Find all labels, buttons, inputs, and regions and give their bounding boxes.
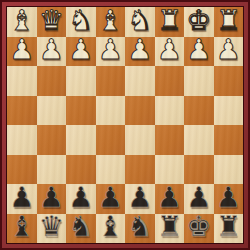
square-g7[interactable]: ♟ <box>184 184 214 214</box>
square-a5[interactable] <box>7 125 37 155</box>
square-e6[interactable] <box>125 155 155 185</box>
black-pawn: ♟ <box>216 184 241 212</box>
square-b6[interactable] <box>37 155 67 185</box>
square-d6[interactable] <box>96 155 126 185</box>
black-pawn: ♟ <box>127 184 152 212</box>
black-bishop: ♝ <box>9 214 34 242</box>
square-h3[interactable] <box>214 66 244 96</box>
square-e4[interactable] <box>125 96 155 126</box>
board-inner-border: ♝♛♞♝♞♜♚♜♟♟♟♟♟♟♟♟♟♟♟♟♟♟♟♟♝♛♞♝♞♜♚♜ <box>6 6 244 244</box>
board-frame: ♝♛♞♝♞♜♚♜♟♟♟♟♟♟♟♟♟♟♟♟♟♟♟♟♝♛♞♝♞♜♚♜ <box>0 0 250 250</box>
white-rook: ♜ <box>157 7 182 35</box>
white-pawn: ♟ <box>127 37 152 65</box>
black-rook: ♜ <box>157 214 182 242</box>
square-c6[interactable] <box>66 155 96 185</box>
square-g2[interactable]: ♟ <box>184 37 214 67</box>
square-f7[interactable]: ♟ <box>155 184 185 214</box>
square-b1[interactable]: ♛ <box>37 7 67 37</box>
square-b7[interactable]: ♟ <box>37 184 67 214</box>
square-b8[interactable]: ♛ <box>37 214 67 244</box>
square-a8[interactable]: ♝ <box>7 214 37 244</box>
square-a6[interactable] <box>7 155 37 185</box>
square-g5[interactable] <box>184 125 214 155</box>
black-pawn: ♟ <box>98 184 123 212</box>
square-c3[interactable] <box>66 66 96 96</box>
square-a3[interactable] <box>7 66 37 96</box>
square-b4[interactable] <box>37 96 67 126</box>
black-pawn: ♟ <box>157 184 182 212</box>
black-knight: ♞ <box>68 214 93 242</box>
square-h5[interactable] <box>214 125 244 155</box>
square-e1[interactable]: ♞ <box>125 7 155 37</box>
square-d1[interactable]: ♝ <box>96 7 126 37</box>
square-a1[interactable]: ♝ <box>7 7 37 37</box>
chess-diagram: ♝♛♞♝♞♜♚♜♟♟♟♟♟♟♟♟♟♟♟♟♟♟♟♟♝♛♞♝♞♜♚♜ <box>0 0 250 250</box>
white-pawn: ♟ <box>9 37 34 65</box>
square-d7[interactable]: ♟ <box>96 184 126 214</box>
square-b2[interactable]: ♟ <box>37 37 67 67</box>
square-d8[interactable]: ♝ <box>96 214 126 244</box>
square-c1[interactable]: ♞ <box>66 7 96 37</box>
chessboard: ♝♛♞♝♞♜♚♜♟♟♟♟♟♟♟♟♟♟♟♟♟♟♟♟♝♛♞♝♞♜♚♜ <box>7 7 243 243</box>
square-f8[interactable]: ♜ <box>155 214 185 244</box>
black-pawn: ♟ <box>186 184 211 212</box>
square-c4[interactable] <box>66 96 96 126</box>
square-f6[interactable] <box>155 155 185 185</box>
square-a7[interactable]: ♟ <box>7 184 37 214</box>
square-c2[interactable]: ♟ <box>66 37 96 67</box>
square-g6[interactable] <box>184 155 214 185</box>
square-b3[interactable] <box>37 66 67 96</box>
square-f5[interactable] <box>155 125 185 155</box>
square-e3[interactable] <box>125 66 155 96</box>
square-h4[interactable] <box>214 96 244 126</box>
square-d3[interactable] <box>96 66 126 96</box>
square-b5[interactable] <box>37 125 67 155</box>
black-king: ♚ <box>186 214 211 242</box>
white-knight: ♞ <box>127 7 152 35</box>
white-knight: ♞ <box>68 7 93 35</box>
square-d5[interactable] <box>96 125 126 155</box>
black-pawn: ♟ <box>68 184 93 212</box>
black-knight: ♞ <box>127 214 152 242</box>
square-a4[interactable] <box>7 96 37 126</box>
square-g3[interactable] <box>184 66 214 96</box>
square-g1[interactable]: ♚ <box>184 7 214 37</box>
square-c7[interactable]: ♟ <box>66 184 96 214</box>
square-h2[interactable]: ♟ <box>214 37 244 67</box>
square-f1[interactable]: ♜ <box>155 7 185 37</box>
square-d2[interactable]: ♟ <box>96 37 126 67</box>
square-f2[interactable]: ♟ <box>155 37 185 67</box>
square-e7[interactable]: ♟ <box>125 184 155 214</box>
square-f3[interactable] <box>155 66 185 96</box>
square-c5[interactable] <box>66 125 96 155</box>
square-g8[interactable]: ♚ <box>184 214 214 244</box>
square-e2[interactable]: ♟ <box>125 37 155 67</box>
square-c8[interactable]: ♞ <box>66 214 96 244</box>
square-a2[interactable]: ♟ <box>7 37 37 67</box>
white-pawn: ♟ <box>68 37 93 65</box>
white-bishop: ♝ <box>98 7 123 35</box>
square-h6[interactable] <box>214 155 244 185</box>
white-rook: ♜ <box>216 7 241 35</box>
white-pawn: ♟ <box>157 37 182 65</box>
square-e8[interactable]: ♞ <box>125 214 155 244</box>
black-bishop: ♝ <box>98 214 123 242</box>
square-d4[interactable] <box>96 96 126 126</box>
square-h7[interactable]: ♟ <box>214 184 244 214</box>
square-h8[interactable]: ♜ <box>214 214 244 244</box>
square-g4[interactable] <box>184 96 214 126</box>
black-pawn: ♟ <box>9 184 34 212</box>
white-king: ♚ <box>186 7 211 35</box>
black-queen: ♛ <box>39 214 64 242</box>
square-f4[interactable] <box>155 96 185 126</box>
black-pawn: ♟ <box>39 184 64 212</box>
white-pawn: ♟ <box>186 37 211 65</box>
square-e5[interactable] <box>125 125 155 155</box>
black-rook: ♜ <box>216 214 241 242</box>
white-pawn: ♟ <box>216 37 241 65</box>
white-pawn: ♟ <box>39 37 64 65</box>
white-pawn: ♟ <box>98 37 123 65</box>
white-queen: ♛ <box>39 7 64 35</box>
white-bishop: ♝ <box>9 7 34 35</box>
square-h1[interactable]: ♜ <box>214 7 244 37</box>
